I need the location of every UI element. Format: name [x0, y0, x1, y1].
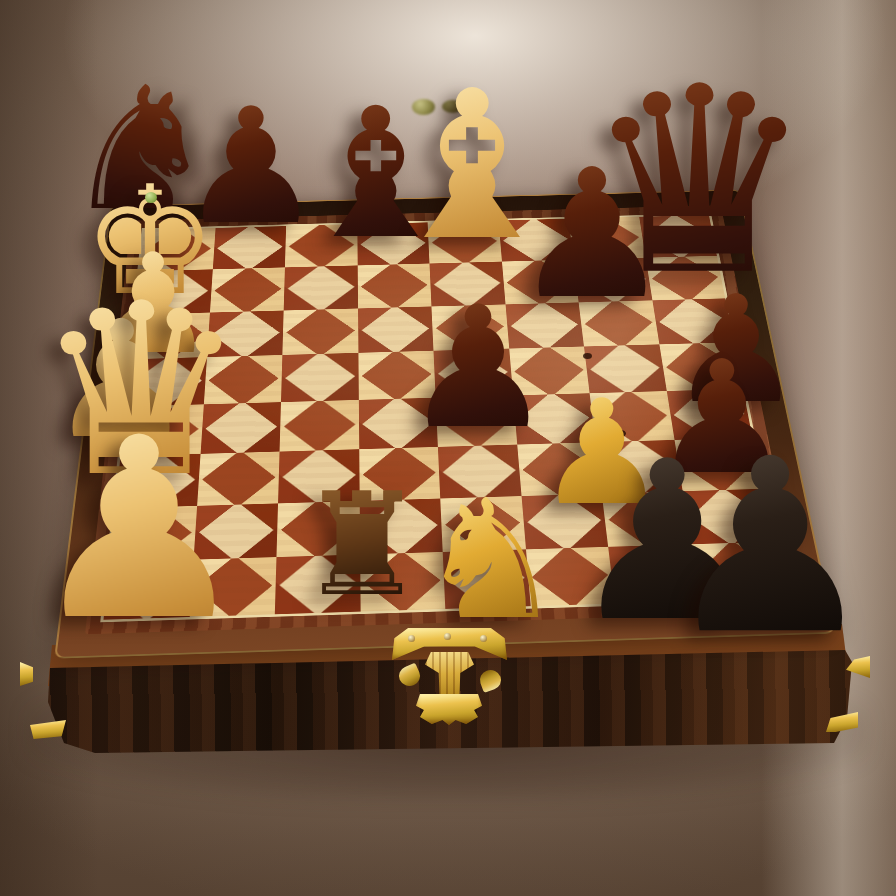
piece-white-pawn-a2[interactable]: ♟	[27, 405, 251, 655]
piece-black-pawn-h2[interactable]: ♟	[662, 427, 877, 667]
clasp-stem	[425, 652, 474, 700]
king-finial-green-dot	[145, 192, 157, 203]
clasp-screw-icon	[480, 635, 487, 642]
brass-clasp[interactable]	[392, 628, 510, 726]
clasp-side-tab	[396, 663, 423, 690]
piece-black-pawn-e4[interactable]: ♟	[403, 284, 554, 452]
clasp-bottom-plate	[416, 694, 482, 725]
clasp-screw-icon	[444, 633, 451, 640]
piece-white-knight-e2[interactable]: ♞	[417, 478, 565, 643]
clasp-side-tab	[477, 667, 504, 693]
piece-black-rook-d2[interactable]: ♜	[298, 474, 425, 616]
pieces-layer: ♞♟♝♝♟♛♟♟♟♚♟♟♛♟♟♞♜♟♟	[0, 0, 896, 896]
scene: ♞♟♝♝♟♛♟♟♟♚♟♟♛♟♟♞♜♟♟	[0, 0, 896, 896]
clasp-screw-icon	[408, 635, 415, 642]
